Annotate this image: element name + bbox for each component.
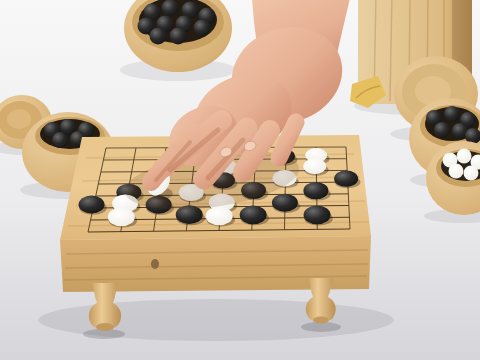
black-stone-in-bowl	[434, 122, 450, 138]
black-stone	[304, 206, 331, 225]
black-stone	[240, 205, 267, 224]
white-stone	[206, 207, 233, 226]
black-stone-in-bowl	[444, 106, 460, 122]
wood-knot	[151, 259, 159, 269]
board-leg-left	[89, 283, 121, 330]
black-stone-in-bowl	[52, 132, 68, 148]
black-stone-in-bowl	[194, 20, 211, 37]
board-leg-left-foot	[96, 323, 114, 331]
board-leg-right	[306, 278, 336, 322]
black-stone	[79, 196, 105, 214]
white-stone	[108, 208, 135, 227]
scene-canvas	[0, 0, 480, 360]
black-stone-in-bowl	[170, 28, 187, 45]
board-leg-right-foot	[313, 317, 329, 324]
white-stone	[303, 159, 326, 175]
black-stone-in-bowl	[162, 0, 179, 17]
white-stone-in-bowl	[457, 149, 472, 164]
black-stone-in-bowl	[150, 28, 167, 45]
black-stone	[272, 194, 298, 212]
white-stone-in-bowl	[464, 166, 479, 181]
black-stone	[334, 170, 358, 186]
white-stone-in-bowl	[449, 164, 464, 179]
black-stone	[303, 182, 328, 199]
go-photo-scene	[0, 0, 480, 360]
